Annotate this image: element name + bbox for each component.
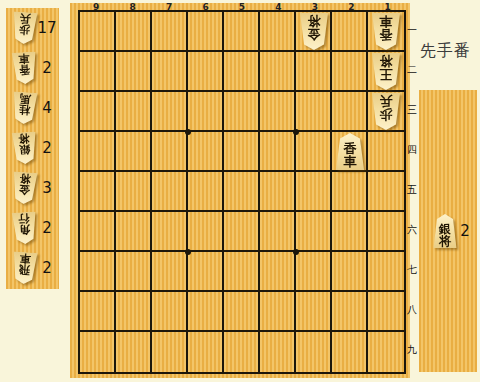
board-cell[interactable] [296,332,332,372]
piece-kanji: 将 [380,55,393,68]
board-cell[interactable] [368,212,404,252]
board-cell[interactable] [188,292,224,332]
board-cell[interactable] [188,252,224,292]
hand-piece-count: 4 [36,99,58,117]
board-cell[interactable] [260,132,296,172]
board-cell[interactable] [224,172,260,212]
hand-piece-count: 2 [36,59,58,77]
star-point-icon [185,249,191,255]
piece-kanji: 行 [18,213,30,225]
board-cell[interactable] [80,252,116,292]
board-cell[interactable] [260,52,296,92]
sente-hand-tray: 銀将2 [419,90,477,372]
board-cell[interactable] [188,332,224,372]
shogi-board-panel: 987654321 金将香車王将歩兵香車 一二三四五六七八九 [70,3,410,378]
piece-kanji: 将 [18,133,30,145]
gote-rook-piece[interactable]: 飛車 [11,252,38,284]
turn-indicator: 先手番 [420,41,478,62]
gote-bishop-piece[interactable]: 角行 [11,212,38,244]
gote-knight-piece[interactable]: 桂馬 [11,92,38,124]
board-cell[interactable] [260,252,296,292]
piece-kanji: 兵 [19,13,31,25]
board-cell[interactable] [152,332,188,372]
piece-kanji: 金 [18,184,30,196]
board-cell[interactable] [332,212,368,252]
board-cell[interactable] [80,172,116,212]
sente-lance-piece[interactable]: 香車 [334,133,366,170]
board-cell[interactable] [188,132,224,172]
piece-kanji: 歩 [380,108,393,121]
board-cell[interactable] [188,92,224,132]
hand-piece-count: 3 [36,179,58,197]
board-cell[interactable] [224,212,260,252]
board-cell[interactable] [152,52,188,92]
board-cell[interactable] [332,172,368,212]
gote-silver-general-piece[interactable]: 銀将 [11,132,38,164]
board-cell[interactable] [116,12,152,52]
board-cell[interactable] [224,132,260,172]
piece-kanji: 飛 [18,264,30,276]
board-cell[interactable] [296,212,332,252]
board-cell[interactable] [260,92,296,132]
board-cell[interactable] [332,52,368,92]
gote-hand-item: 歩兵17 [6,8,59,48]
rank-label: 九 [406,330,418,370]
board-cell[interactable] [152,132,188,172]
gote-lance-piece[interactable]: 香車 [11,52,38,84]
board-cell[interactable] [116,172,152,212]
board-cell[interactable] [332,252,368,292]
board-cell[interactable] [296,252,332,292]
board-cell[interactable] [368,172,404,212]
board-cell[interactable] [332,12,368,52]
board-cell[interactable] [116,252,152,292]
piece-kanji: 将 [439,235,451,247]
star-point-icon [293,129,299,135]
hand-piece-count: 2 [454,222,476,240]
gote-hand-item: 銀将2 [6,128,59,168]
board-cell[interactable] [332,292,368,332]
board-cell[interactable] [224,332,260,372]
board-cell[interactable] [80,292,116,332]
board-cell[interactable] [260,172,296,212]
board-cell[interactable] [80,212,116,252]
board-cell[interactable] [80,332,116,372]
piece-kanji: 車 [19,253,31,265]
board-cell[interactable] [224,52,260,92]
piece-kanji: 銀 [439,223,451,235]
board-cell[interactable] [332,92,368,132]
board-cell[interactable] [296,132,332,172]
rank-label: 六 [406,210,418,250]
board-cell[interactable] [188,212,224,252]
board-cell[interactable] [224,92,260,132]
board-cell[interactable] [368,292,404,332]
hand-piece-count: 2 [36,259,58,277]
piece-kanji: 王 [380,68,393,81]
hand-piece-count: 2 [36,219,58,237]
board-cell[interactable] [152,12,188,52]
piece-kanji: 兵 [380,95,393,108]
rank-labels: 一二三四五六七八九 [406,10,418,370]
board-cell[interactable] [260,292,296,332]
board-cell[interactable] [152,172,188,212]
board-cell[interactable] [116,92,152,132]
board-cell[interactable] [224,12,260,52]
board-cell[interactable] [296,172,332,212]
piece-kanji: 香 [380,28,393,41]
piece-kanji: 香 [19,64,31,76]
gote-hand-item: 桂馬4 [6,88,59,128]
board-cell[interactable] [296,52,332,92]
board-cell[interactable] [116,212,152,252]
board-cell[interactable] [368,332,404,372]
piece-kanji: 車 [18,53,30,65]
piece-kanji: 桂 [18,104,30,116]
rank-label: 四 [406,130,418,170]
sente-hand-item: 銀将2 [419,211,477,251]
rank-label: 八 [406,290,418,330]
piece-kanji: 歩 [18,24,30,36]
board-cell[interactable] [116,52,152,92]
board-cell[interactable] [188,172,224,212]
board-cell[interactable] [332,332,368,372]
board-cell[interactable] [152,292,188,332]
piece-kanji: 香 [344,142,357,155]
board-cell[interactable] [80,92,116,132]
piece-kanji: 将 [308,15,321,28]
board: 金将香車王将歩兵香車 [78,10,406,374]
piece-kanji: 車 [344,155,357,168]
board-grid [78,10,406,374]
gote-lance-piece[interactable]: 香車 [370,13,402,50]
rank-label: 七 [406,250,418,290]
board-cell[interactable] [116,292,152,332]
hand-piece-count: 17 [36,19,58,37]
board-cell[interactable] [296,92,332,132]
board-cell[interactable] [80,132,116,172]
gote-king-piece[interactable]: 王将 [370,53,402,90]
gote-hand-item: 金将3 [6,168,59,208]
star-point-icon [185,129,191,135]
gote-hand-item: 飛車2 [6,248,59,288]
rank-label: 一 [406,10,418,50]
gote-hand-item: 香車2 [6,48,59,88]
board-cell[interactable] [188,12,224,52]
star-point-icon [293,249,299,255]
board-cell[interactable] [224,292,260,332]
rank-label: 二 [406,50,418,90]
gote-gold-general-piece[interactable]: 金将 [11,172,38,204]
board-cell[interactable] [116,132,152,172]
gote-pawn-piece[interactable]: 歩兵 [11,12,38,44]
board-cell[interactable] [260,12,296,52]
piece-kanji: 馬 [19,93,31,105]
board-cell[interactable] [224,252,260,292]
piece-kanji: 金 [308,28,321,41]
board-cell[interactable] [296,292,332,332]
piece-kanji: 角 [19,224,31,236]
piece-kanji: 銀 [19,144,31,156]
board-cell[interactable] [188,52,224,92]
board-cell[interactable] [152,92,188,132]
board-cell[interactable] [80,52,116,92]
board-cell[interactable] [260,212,296,252]
gote-gold-general-piece[interactable]: 金将 [298,13,330,50]
board-cell[interactable] [152,212,188,252]
board-cell[interactable] [368,252,404,292]
gote-hand-item: 角行2 [6,208,59,248]
gote-pawn-piece[interactable]: 歩兵 [370,93,402,130]
piece-kanji: 車 [380,15,393,28]
board-cell[interactable] [80,12,116,52]
board-cell[interactable] [368,132,404,172]
rank-label: 三 [406,90,418,130]
board-cell[interactable] [116,332,152,372]
board-cell[interactable] [152,252,188,292]
board-cell[interactable] [260,332,296,372]
piece-kanji: 将 [19,173,31,185]
rank-label: 五 [406,170,418,210]
gote-hand-tray: 歩兵17香車2桂馬4銀将2金将3角行2飛車2 [6,8,59,289]
hand-piece-count: 2 [36,139,58,157]
